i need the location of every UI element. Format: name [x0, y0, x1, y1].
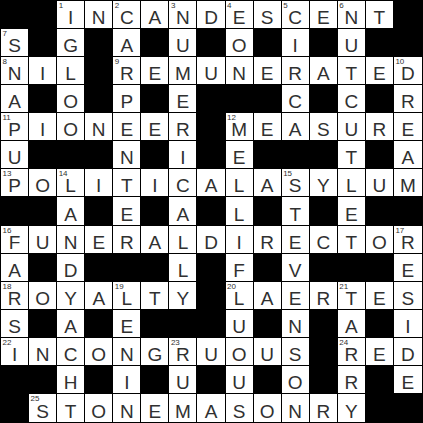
cell-letter: E: [120, 205, 133, 224]
letter-cell[interactable]: A: [85, 282, 113, 310]
letter-cell[interactable]: 5C: [282, 1, 310, 29]
letter-cell[interactable]: E: [366, 338, 394, 366]
letter-cell[interactable]: E: [141, 113, 169, 141]
clue-number: 3: [171, 1, 175, 10]
letter-cell[interactable]: E: [113, 310, 141, 338]
cell-letter: G: [63, 36, 78, 55]
black-cell: [85, 29, 113, 57]
black-cell: [366, 366, 394, 394]
clue-number: 9: [115, 57, 119, 66]
letter-cell[interactable]: O: [57, 113, 85, 141]
cell-letter: V: [289, 261, 302, 280]
letter-cell[interactable]: A: [57, 310, 85, 338]
letter-cell[interactable]: I: [113, 366, 141, 394]
letter-cell[interactable]: R: [366, 113, 394, 141]
letter-cell[interactable]: U: [29, 226, 57, 254]
cell-letter: D: [204, 233, 218, 252]
cell-letter: A: [149, 8, 162, 27]
cell-letter: M: [400, 176, 416, 195]
black-cell: [141, 366, 169, 394]
letter-cell[interactable]: M: [169, 394, 197, 422]
letter-cell[interactable]: L: [57, 57, 85, 85]
black-cell: [394, 394, 422, 422]
letter-cell[interactable]: 2C: [113, 1, 141, 29]
cell-letter: O: [35, 289, 50, 308]
letter-cell[interactable]: 23R: [169, 338, 197, 366]
letter-cell[interactable]: N: [57, 226, 85, 254]
letter-cell[interactable]: E: [366, 282, 394, 310]
black-cell: [226, 85, 254, 113]
letter-cell[interactable]: N: [85, 1, 113, 29]
letter-cell[interactable]: E: [366, 57, 394, 85]
cell-letter: N: [64, 233, 78, 252]
letter-cell[interactable]: T: [338, 226, 366, 254]
black-cell: [366, 85, 394, 113]
cell-letter: E: [402, 373, 415, 392]
cell-letter: U: [232, 317, 246, 336]
letter-cell[interactable]: T: [338, 57, 366, 85]
cell-letter: S: [36, 402, 49, 421]
cell-letter: N: [288, 317, 302, 336]
cell-letter: N: [344, 8, 358, 27]
letter-cell[interactable]: N: [282, 310, 310, 338]
letter-cell[interactable]: 24R: [338, 338, 366, 366]
black-cell: [197, 254, 225, 282]
cell-letter: I: [180, 148, 185, 167]
letter-cell[interactable]: H: [57, 366, 85, 394]
cell-letter: L: [122, 289, 133, 308]
letter-cell[interactable]: 8N: [1, 57, 29, 85]
letter-cell[interactable]: E: [338, 197, 366, 225]
cell-letter: T: [65, 402, 77, 421]
black-cell: [141, 141, 169, 169]
black-cell: [394, 1, 422, 29]
letter-cell[interactable]: M: [169, 57, 197, 85]
black-cell: [29, 254, 57, 282]
cell-letter: A: [261, 176, 274, 195]
clue-number: 16: [3, 226, 12, 235]
clue-number: 25: [31, 394, 40, 403]
black-cell: [113, 254, 141, 282]
letter-cell[interactable]: U: [366, 169, 394, 197]
letter-cell[interactable]: R: [310, 282, 338, 310]
letter-cell[interactable]: U: [254, 338, 282, 366]
letter-cell[interactable]: E: [282, 282, 310, 310]
letter-cell[interactable]: Y: [310, 169, 338, 197]
black-cell: [29, 310, 57, 338]
cell-letter: R: [344, 345, 358, 364]
letter-cell[interactable]: 3N: [169, 1, 197, 29]
letter-cell[interactable]: L: [226, 169, 254, 197]
letter-cell[interactable]: Y: [338, 394, 366, 422]
letter-cell[interactable]: E: [113, 197, 141, 225]
black-cell: [197, 113, 225, 141]
letter-cell[interactable]: S: [394, 282, 422, 310]
cell-letter: A: [177, 205, 190, 224]
letter-cell[interactable]: R: [310, 394, 338, 422]
cell-letter: N: [92, 120, 106, 139]
letter-cell[interactable]: E: [310, 1, 338, 29]
cell-letter: U: [176, 36, 190, 55]
letter-cell[interactable]: S: [1, 310, 29, 338]
clue-number: 4: [227, 1, 231, 10]
letter-cell[interactable]: G: [141, 338, 169, 366]
black-cell: [141, 254, 169, 282]
clue-number: 18: [3, 282, 12, 291]
letter-cell[interactable]: U: [226, 310, 254, 338]
cell-letter: I: [152, 176, 157, 195]
cell-letter: N: [120, 345, 134, 364]
black-cell: [85, 141, 113, 169]
letter-cell[interactable]: S: [254, 1, 282, 29]
letter-cell[interactable]: I: [85, 169, 113, 197]
letter-cell[interactable]: V: [282, 254, 310, 282]
letter-cell[interactable]: 9R: [113, 57, 141, 85]
letter-cell[interactable]: 16F: [1, 226, 29, 254]
black-cell: [254, 254, 282, 282]
cell-letter: M: [231, 120, 247, 139]
cell-letter: E: [289, 289, 302, 308]
letter-cell[interactable]: I: [394, 310, 422, 338]
letter-cell[interactable]: N: [29, 338, 57, 366]
letter-cell[interactable]: A: [394, 141, 422, 169]
letter-cell[interactable]: A: [310, 57, 338, 85]
letter-cell[interactable]: U: [197, 57, 225, 85]
black-cell: [282, 141, 310, 169]
cell-letter: S: [289, 345, 302, 364]
cell-letter: R: [176, 345, 190, 364]
cell-letter: A: [261, 289, 274, 308]
letter-cell[interactable]: N: [113, 394, 141, 422]
clue-number: 7: [3, 29, 7, 38]
black-cell: [197, 141, 225, 169]
letter-cell[interactable]: C: [57, 338, 85, 366]
letter-cell[interactable]: D: [57, 254, 85, 282]
black-cell: [197, 366, 225, 394]
cell-letter: T: [346, 289, 358, 308]
letter-cell[interactable]: A: [57, 197, 85, 225]
cell-letter: O: [35, 176, 50, 195]
black-cell: [197, 310, 225, 338]
black-cell: [310, 366, 338, 394]
letter-cell[interactable]: O: [366, 226, 394, 254]
letter-cell[interactable]: E: [254, 113, 282, 141]
cell-letter: T: [374, 8, 386, 27]
letter-cell[interactable]: T: [141, 282, 169, 310]
cell-letter: L: [234, 205, 245, 224]
letter-cell[interactable]: F: [226, 254, 254, 282]
black-cell: [366, 254, 394, 282]
letter-cell[interactable]: U: [169, 366, 197, 394]
clue-number: 24: [339, 338, 348, 347]
cell-letter: I: [405, 317, 410, 336]
letter-cell[interactable]: A: [197, 169, 225, 197]
letter-cell[interactable]: O: [254, 394, 282, 422]
cell-letter: S: [8, 317, 21, 336]
letter-cell[interactable]: E: [85, 226, 113, 254]
cell-letter: O: [372, 233, 387, 252]
clue-number: 19: [115, 282, 124, 291]
letter-cell[interactable]: T: [366, 1, 394, 29]
letter-cell[interactable]: I: [169, 141, 197, 169]
cell-letter: R: [401, 92, 415, 111]
letter-cell[interactable]: 14L: [57, 169, 85, 197]
letter-cell[interactable]: O: [85, 394, 113, 422]
letter-cell[interactable]: O: [29, 169, 57, 197]
black-cell: [85, 366, 113, 394]
letter-cell[interactable]: I: [226, 226, 254, 254]
cell-letter: T: [149, 289, 161, 308]
letter-cell[interactable]: O: [85, 338, 113, 366]
cell-letter: E: [261, 120, 274, 139]
letter-cell[interactable]: R: [282, 57, 310, 85]
letter-cell[interactable]: S: [282, 338, 310, 366]
letter-cell[interactable]: 25S: [29, 394, 57, 422]
letter-cell[interactable]: 1I: [57, 1, 85, 29]
clue-number: 17: [395, 226, 404, 235]
letter-cell[interactable]: E: [141, 394, 169, 422]
cell-letter: R: [344, 373, 358, 392]
letter-cell[interactable]: A: [197, 394, 225, 422]
letter-cell[interactable]: L: [169, 254, 197, 282]
letter-cell[interactable]: 18R: [1, 282, 29, 310]
letter-cell[interactable]: L: [169, 226, 197, 254]
letter-cell[interactable]: D: [197, 1, 225, 29]
cell-letter: T: [121, 176, 133, 195]
letter-cell[interactable]: L: [226, 197, 254, 225]
clue-number: 10: [395, 57, 404, 66]
black-cell: [197, 29, 225, 57]
letter-cell[interactable]: 6N: [338, 1, 366, 29]
letter-cell[interactable]: 12M: [226, 113, 254, 141]
letter-cell[interactable]: E: [282, 226, 310, 254]
letter-cell[interactable]: 15S: [282, 169, 310, 197]
cell-letter: N: [8, 64, 22, 83]
cell-letter: E: [373, 289, 386, 308]
letter-cell[interactable]: L: [338, 169, 366, 197]
cell-letter: C: [288, 8, 302, 27]
letter-cell[interactable]: 13P: [1, 169, 29, 197]
letter-cell[interactable]: D: [197, 226, 225, 254]
clue-number: 12: [227, 113, 236, 122]
letter-cell[interactable]: N: [113, 141, 141, 169]
cell-letter: A: [205, 402, 218, 421]
black-cell: [310, 338, 338, 366]
cell-letter: L: [178, 233, 189, 252]
cell-letter: I: [68, 8, 73, 27]
letter-cell[interactable]: C: [338, 85, 366, 113]
black-cell: [85, 57, 113, 85]
cell-letter: A: [64, 317, 77, 336]
cell-letter: R: [373, 120, 387, 139]
cell-letter: C: [316, 233, 330, 252]
letter-cell[interactable]: U: [1, 141, 29, 169]
letter-cell[interactable]: O: [57, 85, 85, 113]
letter-cell[interactable]: A: [254, 169, 282, 197]
cell-letter: A: [345, 317, 358, 336]
letter-cell[interactable]: T: [57, 394, 85, 422]
cell-letter: E: [261, 64, 274, 83]
letter-cell[interactable]: E: [394, 113, 422, 141]
letter-cell[interactable]: U: [338, 29, 366, 57]
letter-cell[interactable]: 20L: [226, 282, 254, 310]
black-cell: [29, 29, 57, 57]
cell-letter: N: [232, 64, 246, 83]
black-cell: [1, 1, 29, 29]
black-cell: [338, 254, 366, 282]
letter-cell[interactable]: U: [226, 366, 254, 394]
letter-cell[interactable]: R: [169, 113, 197, 141]
letter-cell[interactable]: A: [141, 226, 169, 254]
cell-letter: L: [65, 176, 76, 195]
cell-letter: A: [317, 64, 330, 83]
letter-cell[interactable]: A: [141, 1, 169, 29]
letter-cell[interactable]: A: [338, 310, 366, 338]
letter-cell[interactable]: G: [57, 29, 85, 57]
cell-letter: I: [96, 176, 101, 195]
letter-cell[interactable]: E: [169, 85, 197, 113]
letter-cell[interactable]: R: [254, 226, 282, 254]
letter-cell[interactable]: R: [113, 226, 141, 254]
letter-cell[interactable]: A: [1, 85, 29, 113]
letter-cell[interactable]: S: [310, 113, 338, 141]
letter-cell[interactable]: 22I: [1, 338, 29, 366]
letter-cell[interactable]: M: [394, 169, 422, 197]
letter-cell[interactable]: 4E: [226, 1, 254, 29]
black-cell: [141, 310, 169, 338]
cell-letter: E: [233, 148, 246, 167]
clue-number: 20: [227, 282, 236, 291]
cell-letter: L: [234, 289, 245, 308]
letter-cell[interactable]: A: [113, 29, 141, 57]
letter-cell[interactable]: U: [169, 29, 197, 57]
letter-cell[interactable]: O: [226, 338, 254, 366]
black-cell: [29, 85, 57, 113]
cell-letter: F: [233, 261, 245, 280]
black-cell: [29, 1, 57, 29]
cell-letter: E: [120, 120, 133, 139]
black-cell: [310, 29, 338, 57]
letter-cell[interactable]: C: [282, 85, 310, 113]
cell-letter: I: [236, 233, 241, 252]
clue-number: 1: [59, 1, 63, 10]
letter-cell[interactable]: N: [85, 113, 113, 141]
cell-letter: R: [260, 233, 274, 252]
black-cell: [254, 141, 282, 169]
letter-cell[interactable]: E: [141, 57, 169, 85]
cell-letter: F: [9, 233, 21, 252]
letter-cell[interactable]: 10D: [394, 57, 422, 85]
letter-cell[interactable]: 7S: [1, 29, 29, 57]
letter-cell[interactable]: U: [338, 113, 366, 141]
black-cell: [85, 85, 113, 113]
letter-cell[interactable]: I: [29, 113, 57, 141]
cell-letter: S: [233, 402, 246, 421]
black-cell: [254, 310, 282, 338]
cell-letter: E: [120, 317, 133, 336]
letter-cell[interactable]: O: [29, 282, 57, 310]
letter-cell[interactable]: Y: [169, 282, 197, 310]
letter-cell[interactable]: R: [338, 366, 366, 394]
black-cell: [366, 197, 394, 225]
letter-cell[interactable]: I: [29, 57, 57, 85]
black-cell: [85, 197, 113, 225]
cell-letter: S: [261, 8, 274, 27]
cell-letter: D: [401, 64, 415, 83]
letter-cell[interactable]: T: [282, 197, 310, 225]
letter-cell[interactable]: 17R: [394, 226, 422, 254]
letter-cell[interactable]: P: [113, 85, 141, 113]
black-cell: [366, 394, 394, 422]
cell-letter: R: [288, 64, 302, 83]
cell-letter: C: [64, 345, 78, 364]
cell-letter: I: [293, 36, 298, 55]
letter-cell[interactable]: T: [338, 141, 366, 169]
cell-letter: E: [92, 233, 105, 252]
clue-number: 14: [59, 169, 68, 178]
letter-cell[interactable]: R: [394, 85, 422, 113]
letter-cell[interactable]: N: [113, 338, 141, 366]
letter-cell[interactable]: Y: [57, 282, 85, 310]
black-cell: [85, 310, 113, 338]
letter-cell[interactable]: A: [254, 282, 282, 310]
letter-cell[interactable]: C: [310, 226, 338, 254]
cell-letter: L: [346, 176, 357, 195]
cell-letter: C: [176, 176, 190, 195]
cell-letter: U: [373, 176, 387, 195]
letter-cell[interactable]: O: [282, 366, 310, 394]
letter-cell[interactable]: S: [226, 394, 254, 422]
letter-cell[interactable]: E: [113, 113, 141, 141]
cell-letter: M: [175, 64, 191, 83]
letter-cell[interactable]: E: [226, 141, 254, 169]
cell-letter: C: [120, 8, 134, 27]
cell-letter: P: [120, 92, 133, 111]
letter-cell[interactable]: E: [394, 254, 422, 282]
black-cell: [1, 366, 29, 394]
cell-letter: C: [344, 92, 358, 111]
cell-letter: I: [12, 345, 17, 364]
cell-letter: E: [177, 92, 190, 111]
cell-letter: P: [8, 176, 21, 195]
letter-cell[interactable]: I: [141, 169, 169, 197]
cell-letter: E: [345, 205, 358, 224]
black-cell: [169, 310, 197, 338]
letter-cell[interactable]: 21T: [338, 282, 366, 310]
letter-cell[interactable]: O: [226, 29, 254, 57]
black-cell: [197, 282, 225, 310]
cell-letter: E: [402, 120, 415, 139]
letter-cell[interactable]: I: [282, 29, 310, 57]
black-cell: [310, 141, 338, 169]
letter-cell[interactable]: 19L: [113, 282, 141, 310]
letter-cell[interactable]: 11P: [1, 113, 29, 141]
letter-cell[interactable]: A: [282, 113, 310, 141]
letter-cell[interactable]: N: [226, 57, 254, 85]
letter-cell[interactable]: T: [113, 169, 141, 197]
cell-letter: L: [65, 64, 76, 83]
cell-letter: Y: [64, 289, 77, 308]
letter-cell[interactable]: A: [1, 254, 29, 282]
letter-cell[interactable]: C: [169, 169, 197, 197]
letter-cell[interactable]: U: [197, 338, 225, 366]
letter-cell[interactable]: N: [282, 394, 310, 422]
cell-letter: G: [147, 345, 162, 364]
letter-cell[interactable]: E: [254, 57, 282, 85]
letter-cell[interactable]: E: [394, 366, 422, 394]
letter-cell[interactable]: D: [394, 338, 422, 366]
letter-cell[interactable]: A: [169, 197, 197, 225]
